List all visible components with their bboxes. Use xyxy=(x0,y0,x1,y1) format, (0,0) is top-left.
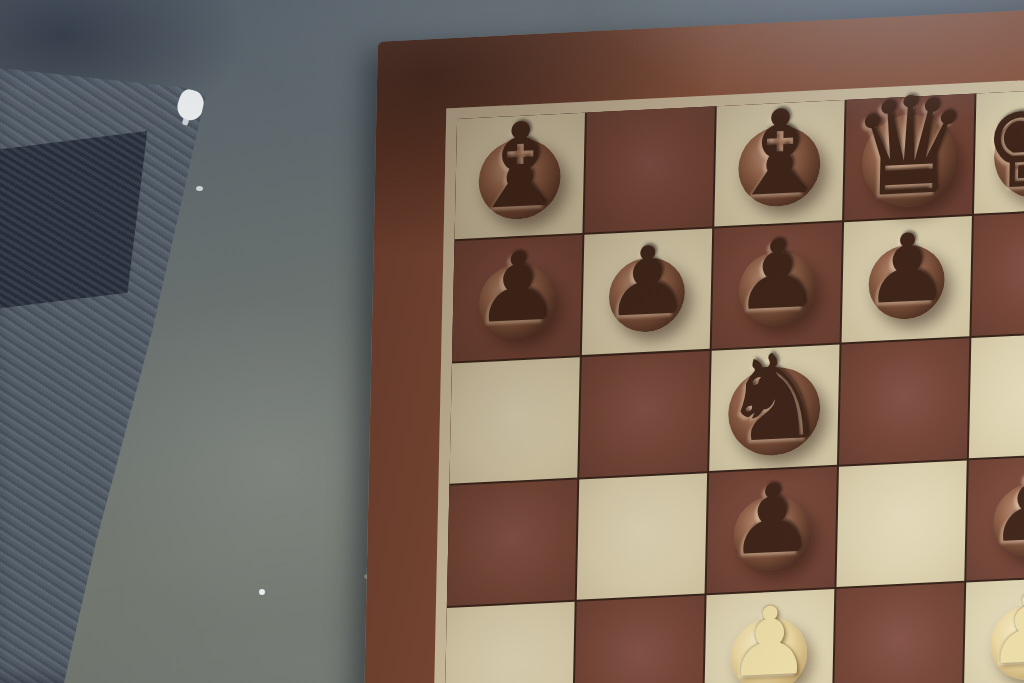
white-pawn-c4: ♟ xyxy=(704,589,834,683)
square-e8: ♚ xyxy=(974,87,1024,214)
black-pawn-glyph: ♟ xyxy=(734,226,820,324)
photo-canvas: { "game": "chess", "scene": "overhead ph… xyxy=(0,0,1024,683)
square-e6 xyxy=(969,332,1024,459)
square-c5: ♟ xyxy=(707,467,837,594)
square-a8: ♝ xyxy=(455,113,585,240)
board-bevel-border: ♝♝♛♚♟♟♟♟♞♟♟♟♟ xyxy=(425,57,1024,683)
black-knight-c6: ♞ xyxy=(709,345,839,472)
square-e4: ♟ xyxy=(964,576,1024,683)
black-pawn-b7: ♟ xyxy=(582,229,712,356)
square-b8 xyxy=(584,106,714,233)
white-pawn-e4: ♟ xyxy=(964,576,1024,683)
square-d6 xyxy=(839,338,969,465)
square-c6: ♞ xyxy=(709,345,839,472)
square-d8: ♛ xyxy=(844,94,974,221)
square-d4 xyxy=(834,583,964,683)
black-pawn-glyph: ♟ xyxy=(989,458,1024,556)
square-a6 xyxy=(449,357,579,484)
chess-board: ♝♝♛♚♟♟♟♟♞♟♟♟♟ xyxy=(425,57,1024,683)
square-e5: ♟ xyxy=(966,454,1024,581)
square-b7: ♟ xyxy=(582,229,712,356)
black-pawn-glyph: ♟ xyxy=(864,220,950,318)
mat-dark-patch xyxy=(0,131,147,311)
square-c8: ♝ xyxy=(714,100,844,227)
black-knight-glyph: ♞ xyxy=(720,336,828,459)
white-pawn-glyph: ♟ xyxy=(986,580,1024,678)
square-d5 xyxy=(836,460,966,587)
black-pawn-a7: ♟ xyxy=(452,235,582,362)
white-speck xyxy=(259,589,265,595)
square-b5 xyxy=(577,473,707,600)
black-queen-glyph: ♛ xyxy=(848,77,971,217)
black-pawn-glyph: ♟ xyxy=(474,239,560,337)
square-e7 xyxy=(971,210,1024,337)
black-pawn-glyph: ♟ xyxy=(729,471,815,569)
white-speck xyxy=(196,186,203,191)
black-bishop-c8: ♝ xyxy=(714,100,844,227)
black-pawn-c5: ♟ xyxy=(707,467,837,594)
square-a5 xyxy=(447,479,577,606)
black-bishop-a8: ♝ xyxy=(455,113,585,240)
square-b4 xyxy=(574,595,704,683)
square-a4 xyxy=(444,602,574,683)
black-king-e8: ♚ xyxy=(974,87,1024,214)
black-queen-d8: ♛ xyxy=(844,94,974,221)
chess-grid: ♝♝♛♚♟♟♟♟♞♟♟♟♟ xyxy=(437,68,1024,683)
square-c4: ♟ xyxy=(704,589,834,683)
square-d7: ♟ xyxy=(842,216,972,343)
white-pawn-glyph: ♟ xyxy=(726,593,812,683)
black-bishop-glyph: ♝ xyxy=(727,93,833,214)
black-bishop-glyph: ♝ xyxy=(467,105,573,226)
black-king-glyph: ♚ xyxy=(980,73,1024,209)
black-pawn-e5: ♟ xyxy=(966,454,1024,581)
chess-board-frame: ♝♝♛♚♟♟♟♟♞♟♟♟♟ xyxy=(353,0,1024,683)
black-pawn-glyph: ♟ xyxy=(604,233,690,331)
black-pawn-d7: ♟ xyxy=(842,216,972,343)
square-b6 xyxy=(579,351,709,478)
square-a7: ♟ xyxy=(452,235,582,362)
